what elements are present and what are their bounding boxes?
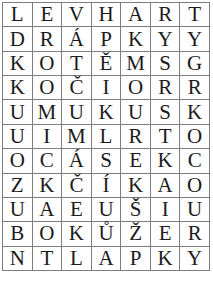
grid-cell-r11c4[interactable]: A (92, 247, 122, 271)
grid-cell-r2c4[interactable]: P (92, 27, 122, 51)
grid-cell-r6c4[interactable]: L (92, 125, 122, 149)
grid-cell-r11c3[interactable]: L (62, 247, 92, 271)
grid-cell-r2c7[interactable]: Y (180, 27, 210, 51)
grid-cell-r9c4[interactable]: U (92, 198, 122, 222)
grid-cell-r11c2[interactable]: T (33, 247, 63, 271)
grid-cell-r1c4[interactable]: H (92, 3, 122, 27)
grid-cell-r9c1[interactable]: U (3, 198, 33, 222)
grid-cell-r1c2[interactable]: E (33, 3, 63, 27)
grid-cell-r10c1[interactable]: B (3, 222, 33, 246)
grid-cell-r7c5[interactable]: E (121, 149, 151, 173)
grid-cell-r3c2[interactable]: O (33, 52, 63, 76)
grid-cell-r3c3[interactable]: T (62, 52, 92, 76)
grid-cell-r8c3[interactable]: Č (62, 174, 92, 198)
grid-cell-r6c3[interactable]: M (62, 125, 92, 149)
grid-cell-r10c7[interactable]: R (180, 222, 210, 246)
grid-cell-r4c2[interactable]: O (33, 76, 63, 100)
grid-cell-r1c5[interactable]: A (121, 3, 151, 27)
grid-cell-r1c1[interactable]: L (3, 3, 33, 27)
grid-cell-r8c2[interactable]: K (33, 174, 63, 198)
grid-cell-r2c6[interactable]: Y (151, 27, 181, 51)
grid-cell-r9c5[interactable]: Š (121, 198, 151, 222)
grid-cell-r9c7[interactable]: U (180, 198, 210, 222)
grid-cell-r9c3[interactable]: E (62, 198, 92, 222)
grid-cell-r11c6[interactable]: K (151, 247, 181, 271)
grid-cell-r3c5[interactable]: M (121, 52, 151, 76)
grid-cell-r7c7[interactable]: C (180, 149, 210, 173)
grid-cell-r11c7[interactable]: Y (180, 247, 210, 271)
grid-cell-r3c7[interactable]: G (180, 52, 210, 76)
grid-cell-r1c6[interactable]: R (151, 3, 181, 27)
grid-cell-r10c3[interactable]: K (62, 222, 92, 246)
grid-cell-r4c5[interactable]: O (121, 76, 151, 100)
grid-cell-r6c1[interactable]: U (3, 125, 33, 149)
grid-cell-r4c6[interactable]: R (151, 76, 181, 100)
grid-cell-r10c5[interactable]: Ž (121, 222, 151, 246)
grid-cell-r8c4[interactable]: Í (92, 174, 122, 198)
grid-cell-r7c2[interactable]: C (33, 149, 63, 173)
grid-cell-r4c3[interactable]: Č (62, 76, 92, 100)
grid-cell-r3c1[interactable]: K (3, 52, 33, 76)
grid-cell-r7c1[interactable]: O (3, 149, 33, 173)
grid-cell-r4c4[interactable]: I (92, 76, 122, 100)
grid-cell-r11c1[interactable]: N (3, 247, 33, 271)
grid-cell-r4c7[interactable]: R (180, 76, 210, 100)
grid-cell-r6c2[interactable]: I (33, 125, 63, 149)
grid-cell-r7c4[interactable]: S (92, 149, 122, 173)
grid-cell-r8c5[interactable]: K (121, 174, 151, 198)
grid-cell-r9c2[interactable]: A (33, 198, 63, 222)
grid-cell-r11c5[interactable]: P (121, 247, 151, 271)
grid-cell-r2c3[interactable]: Á (62, 27, 92, 51)
grid-cell-r2c5[interactable]: K (121, 27, 151, 51)
grid-cell-r10c6[interactable]: E (151, 222, 181, 246)
grid-cell-r5c4[interactable]: K (92, 100, 122, 124)
grid-cell-r2c2[interactable]: R (33, 27, 63, 51)
grid-cell-r5c5[interactable]: U (121, 100, 151, 124)
grid-cell-r5c2[interactable]: M (33, 100, 63, 124)
grid-cell-r6c5[interactable]: R (121, 125, 151, 149)
grid-cell-r5c3[interactable]: U (62, 100, 92, 124)
grid-cell-r8c1[interactable]: Z (3, 174, 33, 198)
grid-cell-r6c7[interactable]: O (180, 125, 210, 149)
grid-cell-r8c7[interactable]: O (180, 174, 210, 198)
grid-cell-r6c6[interactable]: T (151, 125, 181, 149)
grid-cell-r1c7[interactable]: T (180, 3, 210, 27)
grid-cell-r8c6[interactable]: A (151, 174, 181, 198)
grid-cell-r10c2[interactable]: O (33, 222, 63, 246)
grid-cell-r7c6[interactable]: K (151, 149, 181, 173)
grid-cell-r5c1[interactable]: U (3, 100, 33, 124)
grid-cell-r9c6[interactable]: I (151, 198, 181, 222)
grid-cell-r3c6[interactable]: S (151, 52, 181, 76)
grid-cell-r2c1[interactable]: D (3, 27, 33, 51)
grid-cell-r5c7[interactable]: K (180, 100, 210, 124)
grid-cell-r1c3[interactable]: V (62, 3, 92, 27)
grid-cell-r7c3[interactable]: Á (62, 149, 92, 173)
grid-cell-r3c4[interactable]: Ě (92, 52, 122, 76)
grid-cell-r5c6[interactable]: S (151, 100, 181, 124)
word-search-grid: LEVHARTDRÁPKYYKOTĚMSGKOČIORRUMUKUSKUIMLR… (2, 2, 210, 271)
grid-cell-r4c1[interactable]: K (3, 76, 33, 100)
grid-cell-r10c4[interactable]: Ů (92, 222, 122, 246)
